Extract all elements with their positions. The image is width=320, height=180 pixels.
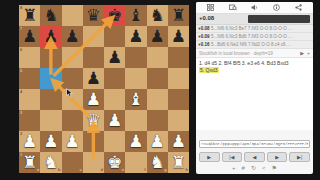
flag-icon[interactable]: ⚑ (272, 165, 277, 172)
piece-white-pawn[interactable]: ♟ (62, 131, 83, 152)
square-e5[interactable] (104, 68, 125, 89)
add-icon[interactable]: + (232, 165, 236, 172)
square-a4[interactable]: 4 (19, 89, 40, 110)
piece-white-knight[interactable]: ♞ (147, 152, 168, 173)
move-list: 1. d4 d5 2. Bf4 Bf5 3. e3 e6 4. Bd3 Bxd3… (196, 58, 313, 130)
info-icon[interactable] (273, 4, 280, 11)
square-f3[interactable] (125, 110, 146, 131)
square-f1[interactable]: f (125, 152, 146, 173)
piece-black-knight[interactable]: ♞ (40, 5, 61, 26)
chess-board[interactable]: 8♜♞♛♚♝♞♜7♟♟♟♟♟♟6♟5♟4♟♝3♛♟2♟♟♟♟♟♟1a♜b♞cde… (19, 5, 189, 173)
square-a2[interactable]: 2♟ (19, 131, 40, 152)
piece-black-rook[interactable]: ♜ (168, 5, 189, 26)
piece-black-pawn[interactable]: ♟ (104, 47, 125, 68)
pv-line-2[interactable]: +0.09 5...Nf6 6.Nc3 Bd6 7.Nf3 O-O 8.O-O-… (196, 33, 313, 41)
square-d7[interactable] (83, 26, 104, 47)
square-f5[interactable] (125, 68, 146, 89)
square-a8[interactable]: 8♜ (19, 5, 40, 26)
square-a3[interactable]: 3 (19, 110, 40, 131)
square-f6[interactable] (125, 47, 146, 68)
square-e3[interactable]: ♟ (104, 110, 125, 131)
next-move-button[interactable]: ▶ (267, 152, 288, 162)
piece-white-pawn[interactable]: ♟ (83, 89, 104, 110)
square-c4[interactable] (62, 89, 83, 110)
square-e1[interactable]: e♚ (104, 152, 125, 173)
square-d6[interactable] (83, 47, 104, 68)
piece-black-rook[interactable]: ♜ (19, 5, 40, 26)
square-h6[interactable] (168, 47, 189, 68)
pv-moves: 5...Bd6 6.Ne2 Nf6 7.Nd2 O-O 8.c4 c6 … (211, 42, 291, 47)
piece-white-bishop[interactable]: ♝ (125, 89, 146, 110)
square-b2[interactable]: ♟ (40, 131, 61, 152)
square-h7[interactable]: ♟ (168, 26, 189, 47)
square-g2[interactable]: ♟ (147, 131, 168, 152)
engine-play-icon[interactable]: ▶ (300, 50, 304, 56)
menu-grid-icon[interactable] (207, 4, 214, 11)
piece-white-pawn[interactable]: ♟ (19, 131, 40, 152)
engine-status-row: Stockfish in local browser · depth=19 ▶ … (196, 49, 313, 58)
square-e6[interactable]: ♟ (104, 47, 125, 68)
square-b5[interactable] (40, 68, 61, 89)
square-f8[interactable]: ♝ (125, 5, 146, 26)
piece-white-knight[interactable]: ♞ (40, 152, 61, 173)
engine-add-icon[interactable]: + (307, 50, 310, 56)
square-g5[interactable] (147, 68, 168, 89)
square-c6[interactable] (62, 47, 83, 68)
square-c5[interactable] (62, 68, 83, 89)
square-b7[interactable]: ♟ (40, 26, 61, 47)
piece-black-knight[interactable]: ♞ (147, 5, 168, 26)
bottom-toolbar: +#↻<⚑ (196, 164, 313, 174)
square-d1[interactable]: d (83, 152, 104, 173)
pv-eval: +0.08 (198, 26, 211, 31)
nav-controls: ▶|◀◀▶▶| (196, 150, 313, 164)
piece-white-king[interactable]: ♚ (104, 152, 125, 173)
pv-line-3[interactable]: +0.16 5...Bd6 6.Ne2 Nf6 7.Nd2 O-O 8.c4 c… (196, 41, 313, 49)
board-analysis-icon[interactable] (229, 4, 237, 11)
piece-white-pawn[interactable]: ♟ (40, 131, 61, 152)
first-move-button[interactable]: |◀ (222, 152, 243, 162)
square-c3[interactable] (62, 110, 83, 131)
current-move[interactable]: 5. Qxd3 (199, 67, 219, 73)
file-label: f (144, 168, 145, 172)
square-b4[interactable] (40, 89, 61, 110)
pv-moves: 5...Nf6 6.Nc3 Bd6 7.Nf3 O-O 8.O-O-O … (211, 34, 293, 39)
square-h5[interactable] (168, 68, 189, 89)
square-a6[interactable]: 6 (19, 47, 40, 68)
piece-black-pawn[interactable]: ♟ (19, 26, 40, 47)
fen-input[interactable] (199, 140, 310, 148)
piece-white-rook[interactable]: ♜ (168, 152, 189, 173)
file-label: d (101, 168, 103, 172)
share-icon[interactable]: < (262, 165, 266, 172)
square-e8[interactable]: ♚ (104, 5, 125, 26)
piece-black-pawn[interactable]: ♟ (147, 26, 168, 47)
app-window: 8♜♞♛♚♝♞♜7♟♟♟♟♟♟6♟5♟4♟♝3♛♟2♟♟♟♟♟♟1a♜b♞cde… (0, 0, 320, 180)
square-h8[interactable]: ♜ (168, 5, 189, 26)
square-b8[interactable]: ♞ (40, 5, 61, 26)
piece-black-pawn[interactable]: ♟ (83, 68, 104, 89)
analysis-panel: +0.08 +0.08 5...Nf6 6.Nc3 Be7 7.Nf3 O-O … (196, 2, 313, 174)
piece-white-pawn[interactable]: ♟ (147, 131, 168, 152)
piece-black-pawn[interactable]: ♟ (125, 26, 146, 47)
piece-white-pawn[interactable]: ♟ (104, 110, 125, 131)
square-g3[interactable] (147, 110, 168, 131)
square-c2[interactable]: ♟ (62, 131, 83, 152)
piece-black-bishop[interactable]: ♝ (125, 5, 146, 26)
square-f7[interactable]: ♟ (125, 26, 146, 47)
square-a1[interactable]: 1a♜ (19, 152, 40, 173)
square-b6[interactable] (40, 47, 61, 68)
rank-label: 6 (20, 48, 22, 52)
mainline-moves[interactable]: 1. d4 d5 2. Bf4 Bf5 3. e3 e6 4. Bd3 Bxd3 (199, 60, 289, 66)
square-e4[interactable] (104, 89, 125, 110)
engine-status-label: Stockfish in local browser · depth=19 (199, 51, 297, 56)
piece-black-pawn[interactable]: ♟ (62, 26, 83, 47)
evaluation-row: +0.08 (196, 14, 313, 25)
pv-eval: +0.09 (198, 34, 211, 39)
square-d4[interactable]: ♟ (83, 89, 104, 110)
share-icon[interactable] (295, 4, 302, 11)
square-c8[interactable] (62, 5, 83, 26)
pv-moves: 5...Nf6 6.Nc3 Be7 7.Nf3 O-O 8.O-O-O … (211, 26, 293, 31)
square-h3[interactable] (168, 110, 189, 131)
fen-input-wrap (196, 130, 313, 150)
piece-black-queen[interactable]: ♛ (83, 5, 104, 26)
square-d5[interactable]: ♟ (83, 68, 104, 89)
square-g8[interactable]: ♞ (147, 5, 168, 26)
rank-label: 5 (20, 69, 22, 73)
panel-toolbar (196, 2, 313, 14)
pv-line-1[interactable]: +0.08 5...Nf6 6.Nc3 Be7 7.Nf3 O-O 8.O-O-… (196, 25, 313, 33)
square-a7[interactable]: 7♟ (19, 26, 40, 47)
square-g7[interactable]: ♟ (147, 26, 168, 47)
square-c1[interactable]: c (62, 152, 83, 173)
square-g4[interactable] (147, 89, 168, 110)
square-h1[interactable]: h♜ (168, 152, 189, 173)
square-e2[interactable] (104, 131, 125, 152)
square-e7[interactable] (104, 26, 125, 47)
piece-white-rook[interactable]: ♜ (19, 152, 40, 173)
rank-label: 4 (20, 90, 22, 94)
square-b3[interactable] (40, 110, 61, 131)
piece-white-queen[interactable]: ♛ (83, 110, 104, 131)
square-d8[interactable]: ♛ (83, 5, 104, 26)
last-move-button[interactable]: ▶| (289, 152, 310, 162)
square-f2[interactable]: ♟ (125, 131, 146, 152)
square-d3[interactable]: ♛ (83, 110, 104, 131)
speaker-icon[interactable] (251, 4, 258, 11)
square-a5[interactable]: 5 (19, 68, 40, 89)
square-c7[interactable]: ♟ (62, 26, 83, 47)
square-b1[interactable]: b♞ (40, 152, 61, 173)
square-f4[interactable]: ♝ (125, 89, 146, 110)
piece-black-king[interactable]: ♚ (104, 5, 125, 26)
square-h2[interactable]: ♟ (168, 131, 189, 152)
piece-black-pawn[interactable]: ♟ (40, 26, 61, 47)
pv-eval: +0.16 (198, 42, 211, 47)
square-g6[interactable] (147, 47, 168, 68)
rank-label: 3 (20, 111, 22, 115)
square-g1[interactable]: g♞ (147, 152, 168, 173)
square-h4[interactable] (168, 89, 189, 110)
reset-icon[interactable]: ↻ (251, 165, 256, 172)
piece-white-pawn[interactable]: ♟ (125, 131, 146, 152)
piece-white-pawn[interactable]: ♟ (168, 131, 189, 152)
board-grid-icon[interactable]: # (242, 165, 245, 172)
piece-black-pawn[interactable]: ♟ (168, 26, 189, 47)
prev-move-button[interactable]: ◀ (244, 152, 265, 162)
engine-output-box (248, 15, 310, 23)
play-button[interactable]: ▶ (199, 152, 220, 162)
pv-lines: +0.08 5...Nf6 6.Nc3 Be7 7.Nf3 O-O 8.O-O-… (196, 25, 313, 49)
square-d2[interactable] (83, 131, 104, 152)
evaluation-value: +0.08 (199, 15, 214, 21)
file-label: c (80, 168, 82, 172)
